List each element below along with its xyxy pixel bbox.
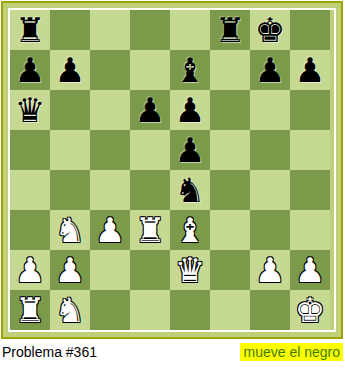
square-h5 [290,130,330,170]
square-a5 [10,130,50,170]
square-h1: ♚ [290,290,330,330]
white-king: ♚ [290,290,330,330]
square-b2: ♟ [50,250,90,290]
square-h6 [290,90,330,130]
white-pawn: ♟ [250,250,290,290]
square-c6 [90,90,130,130]
square-e1 [170,290,210,330]
square-d1 [130,290,170,330]
square-b1: ♞ [50,290,90,330]
square-d3: ♜ [130,210,170,250]
square-b7: ♟ [50,50,90,90]
square-g6 [250,90,290,130]
square-d7 [130,50,170,90]
square-d6: ♟ [130,90,170,130]
square-c3: ♟ [90,210,130,250]
square-d5 [130,130,170,170]
square-e4: ♞ [170,170,210,210]
square-f1 [210,290,250,330]
white-rook: ♜ [10,290,50,330]
square-e7: ♝ [170,50,210,90]
black-pawn: ♟ [170,130,210,170]
square-a8: ♜ [10,10,50,50]
square-a3 [10,210,50,250]
square-f4 [210,170,250,210]
black-pawn: ♟ [10,50,50,90]
white-pawn: ♟ [10,250,50,290]
square-b4 [50,170,90,210]
square-g1 [250,290,290,330]
black-pawn: ♟ [170,90,210,130]
square-b8 [50,10,90,50]
white-pawn: ♟ [50,250,90,290]
square-a6: ♛ [10,90,50,130]
square-d2 [130,250,170,290]
black-queen: ♛ [10,90,50,130]
white-rook: ♜ [130,210,170,250]
black-pawn: ♟ [50,50,90,90]
square-e6: ♟ [170,90,210,130]
square-e8 [170,10,210,50]
square-a4 [10,170,50,210]
black-pawn: ♟ [130,90,170,130]
square-a7: ♟ [10,50,50,90]
white-queen: ♛ [170,250,210,290]
problem-number-label: Problema #361 [1,344,97,360]
square-c2 [90,250,130,290]
square-f8: ♜ [210,10,250,50]
square-h4 [290,170,330,210]
square-g2: ♟ [250,250,290,290]
square-c1 [90,290,130,330]
chess-board-border: ♜♜♚♟♟♝♟♟♛♟♟♟♞♞♟♜♝♟♟♛♟♟♜♞♚ [8,8,336,332]
square-f6 [210,90,250,130]
square-g3 [250,210,290,250]
black-king: ♚ [250,10,290,50]
square-a1: ♜ [10,290,50,330]
white-bishop: ♝ [170,210,210,250]
square-h2: ♟ [290,250,330,290]
white-knight: ♞ [50,290,90,330]
square-c7 [90,50,130,90]
square-d8 [130,10,170,50]
square-f3 [210,210,250,250]
black-bishop: ♝ [170,50,210,90]
square-e5: ♟ [170,130,210,170]
square-b6 [50,90,90,130]
black-rook: ♜ [10,10,50,50]
square-c5 [90,130,130,170]
square-d4 [130,170,170,210]
square-c8 [90,10,130,50]
square-b5 [50,130,90,170]
black-knight: ♞ [170,170,210,210]
black-pawn: ♟ [250,50,290,90]
chess-board-frame: ♜♜♚♟♟♝♟♟♛♟♟♟♞♞♟♜♝♟♟♛♟♟♜♞♚ [1,1,343,339]
square-f5 [210,130,250,170]
chess-problem-page: ♜♜♚♟♟♝♟♟♛♟♟♟♞♞♟♜♝♟♟♛♟♟♜♞♚ Problema #361 … [0,0,345,361]
white-knight: ♞ [50,210,90,250]
square-g7: ♟ [250,50,290,90]
square-a2: ♟ [10,250,50,290]
square-g5 [250,130,290,170]
square-e2: ♛ [170,250,210,290]
square-c4 [90,170,130,210]
square-e3: ♝ [170,210,210,250]
square-b3: ♞ [50,210,90,250]
square-f2 [210,250,250,290]
white-pawn: ♟ [90,210,130,250]
turn-indicator-badge: mueve el negro [240,343,343,361]
chess-board: ♜♜♚♟♟♝♟♟♛♟♟♟♞♞♟♜♝♟♟♛♟♟♜♞♚ [10,10,334,330]
white-pawn: ♟ [290,250,330,290]
caption-bar: Problema #361 mueve el negro [1,343,343,361]
square-h7: ♟ [290,50,330,90]
square-g4 [250,170,290,210]
square-h3 [290,210,330,250]
square-f7 [210,50,250,90]
square-g8: ♚ [250,10,290,50]
square-h8 [290,10,330,50]
black-rook: ♜ [210,10,250,50]
black-pawn: ♟ [290,50,330,90]
